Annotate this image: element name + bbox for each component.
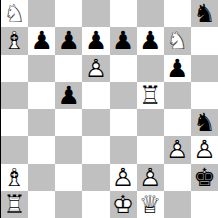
- square-g5[interactable]: [164, 82, 191, 109]
- square-g7[interactable]: ♞♘: [164, 27, 191, 54]
- square-e2[interactable]: ♟♙: [110, 164, 137, 191]
- square-e6[interactable]: [110, 55, 137, 82]
- white-knight: ♞♘: [164, 27, 191, 54]
- square-d2[interactable]: [82, 164, 109, 191]
- square-g2[interactable]: [164, 164, 191, 191]
- square-d6[interactable]: ♟♙: [82, 55, 109, 82]
- square-a7[interactable]: ♝♗: [1, 27, 28, 54]
- square-f8[interactable]: [137, 0, 164, 27]
- square-c6[interactable]: [55, 55, 82, 82]
- white-bishop: ♝♗: [1, 27, 28, 54]
- black-pawn: ♟: [164, 55, 191, 82]
- black-pawn: ♟: [110, 27, 137, 54]
- square-b1[interactable]: [28, 191, 55, 218]
- chess-board: ♞♘♞♝♗♟♟♟♟♟♞♘♟♙♟♟♜♖♞♟♙♟♙♝♗♟♙♟♙♚♜♖♚♔♛♕: [0, 0, 218, 218]
- square-g6[interactable]: ♟: [164, 55, 191, 82]
- square-g3[interactable]: ♟♙: [164, 136, 191, 163]
- square-c4[interactable]: [55, 109, 82, 136]
- square-e4[interactable]: [110, 109, 137, 136]
- square-b4[interactable]: [28, 109, 55, 136]
- square-f4[interactable]: [137, 109, 164, 136]
- square-f5[interactable]: ♜♖: [137, 82, 164, 109]
- square-h7[interactable]: [191, 27, 218, 54]
- square-f2[interactable]: ♟♙: [137, 164, 164, 191]
- white-queen: ♛♕: [137, 191, 164, 218]
- square-d7[interactable]: ♟: [82, 27, 109, 54]
- square-d8[interactable]: [82, 0, 109, 27]
- square-d4[interactable]: [82, 109, 109, 136]
- square-b6[interactable]: [28, 55, 55, 82]
- square-h8[interactable]: ♞: [191, 0, 218, 27]
- square-h6[interactable]: [191, 55, 218, 82]
- black-pawn: ♟: [82, 27, 109, 54]
- white-rook: ♜♖: [1, 191, 28, 218]
- square-d5[interactable]: [82, 82, 109, 109]
- square-b8[interactable]: [28, 0, 55, 27]
- black-pawn: ♟: [137, 27, 164, 54]
- square-b7[interactable]: ♟: [28, 27, 55, 54]
- square-c2[interactable]: [55, 164, 82, 191]
- square-a6[interactable]: [1, 55, 28, 82]
- white-bishop: ♝♗: [1, 164, 28, 191]
- square-g8[interactable]: [164, 0, 191, 27]
- square-c7[interactable]: ♟: [55, 27, 82, 54]
- square-b2[interactable]: [28, 164, 55, 191]
- square-h3[interactable]: ♟♙: [191, 136, 218, 163]
- square-a8[interactable]: ♞♘: [1, 0, 28, 27]
- square-d3[interactable]: [82, 136, 109, 163]
- square-h1[interactable]: [191, 191, 218, 218]
- square-h2[interactable]: ♚: [191, 164, 218, 191]
- square-c3[interactable]: [55, 136, 82, 163]
- square-f1[interactable]: ♛♕: [137, 191, 164, 218]
- square-f6[interactable]: [137, 55, 164, 82]
- square-c5[interactable]: ♟: [55, 82, 82, 109]
- white-rook: ♜♖: [137, 82, 164, 109]
- black-knight: ♞: [191, 0, 218, 27]
- square-c1[interactable]: [55, 191, 82, 218]
- square-f3[interactable]: [137, 136, 164, 163]
- square-a2[interactable]: ♝♗: [1, 164, 28, 191]
- square-a1[interactable]: ♜♖: [1, 191, 28, 218]
- square-e7[interactable]: ♟: [110, 27, 137, 54]
- square-f7[interactable]: ♟: [137, 27, 164, 54]
- square-a3[interactable]: [1, 136, 28, 163]
- square-e3[interactable]: [110, 136, 137, 163]
- chess-diagram: ♞♘♞♝♗♟♟♟♟♟♞♘♟♙♟♟♜♖♞♟♙♟♙♝♗♟♙♟♙♚♜♖♚♔♛♕: [0, 0, 218, 218]
- square-b5[interactable]: [28, 82, 55, 109]
- square-h5[interactable]: [191, 82, 218, 109]
- square-g4[interactable]: [164, 109, 191, 136]
- square-e8[interactable]: [110, 0, 137, 27]
- black-king: ♚: [191, 164, 218, 191]
- white-king: ♚♔: [110, 191, 137, 218]
- square-e1[interactable]: ♚♔: [110, 191, 137, 218]
- white-pawn: ♟♙: [82, 55, 109, 82]
- black-pawn: ♟: [55, 27, 82, 54]
- square-a4[interactable]: [1, 109, 28, 136]
- white-pawn: ♟♙: [191, 136, 218, 163]
- black-pawn: ♟: [55, 82, 82, 109]
- square-b3[interactable]: [28, 136, 55, 163]
- white-knight: ♞♘: [1, 0, 28, 27]
- square-c8[interactable]: [55, 0, 82, 27]
- black-pawn: ♟: [28, 27, 55, 54]
- square-d1[interactable]: [82, 191, 109, 218]
- white-pawn: ♟♙: [137, 164, 164, 191]
- square-g1[interactable]: [164, 191, 191, 218]
- white-pawn: ♟♙: [110, 164, 137, 191]
- square-a5[interactable]: [1, 82, 28, 109]
- square-h4[interactable]: ♞: [191, 109, 218, 136]
- white-pawn: ♟♙: [164, 136, 191, 163]
- black-knight: ♞: [191, 109, 218, 136]
- square-e5[interactable]: [110, 82, 137, 109]
